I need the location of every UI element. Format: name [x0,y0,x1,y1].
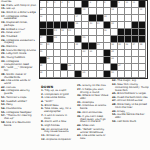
grid-cell[interactable] [75,1,82,8]
grid-cell[interactable]: 50 [111,71,118,78]
cell-number: 41 [90,50,93,52]
cell-number: 50 [111,71,114,73]
grid-cell[interactable]: 44 [111,57,118,64]
grid-cell[interactable]: 9 [118,1,125,8]
cell-number: 45 [40,64,43,66]
cell-number: 16 [40,15,43,17]
cell-number: 33 [97,43,100,45]
grid-cell[interactable] [75,57,82,64]
grid-cell[interactable] [82,22,89,29]
black-cell [118,29,125,36]
grid-cell[interactable] [139,15,146,22]
grid-cell[interactable] [97,50,104,57]
grid-cell[interactable] [47,8,54,15]
down-clues-list: 1. Tidy up, as a spill2. Component of go… [41,90,74,142]
cell-number: 26 [104,29,107,31]
grid-cell[interactable]: 11 [132,1,139,8]
clue-item: 48. More likely to be picked from the li… [112,104,149,110]
grid-cell[interactable] [104,43,111,50]
grid-cell[interactable]: 8 [104,1,111,8]
cell-number: 3 [54,1,55,3]
grid-cell[interactable]: 28 [54,36,61,43]
right-clues-column: 62. The magic, e.g.63. New York county c… [112,80,149,124]
cell-number: 44 [111,57,114,59]
grid-cell[interactable] [47,15,54,22]
down-clues-column: DOWN 1. Tidy up, as a spill2. Component … [41,85,74,142]
grid-cell[interactable] [47,71,54,78]
grid-cell[interactable]: 4 [61,1,68,8]
middle-clues-column: 25. Gravity to the max27. It helps you s… [77,85,109,142]
grid-cell[interactable] [54,15,61,22]
crossword-grid: 1234567891011121314151617181920212223242… [39,0,148,79]
grid-cell[interactable] [97,8,104,15]
grid-cell[interactable] [68,50,75,57]
grid-cell[interactable] [132,64,139,71]
grid-cell[interactable] [68,36,75,43]
grid-cell[interactable] [118,22,125,29]
cell-number: 17 [75,15,78,17]
grid-cell[interactable]: 36 [125,43,132,50]
grid-cell[interactable]: 46 [68,64,75,71]
cell-number: 22 [111,22,114,24]
grid-cell[interactable] [89,57,96,64]
black-cell [132,29,139,36]
grid-cell[interactable]: 35 [118,43,125,50]
grid-cell[interactable]: 49 [82,71,89,78]
cell-number: 46 [68,64,71,66]
grid-cell[interactable] [61,50,68,57]
grid-cell[interactable]: 41 [89,50,96,57]
black-cell [125,29,132,36]
grid-cell[interactable] [61,43,68,50]
grid-cell[interactable] [61,71,68,78]
grid-cell[interactable] [139,71,146,78]
black-cell [104,71,111,78]
grid-cell[interactable] [111,29,118,36]
grid-cell[interactable]: 43 [47,57,54,64]
cell-number: 49 [83,71,86,73]
black-cell [132,22,139,29]
cell-number: 31 [47,43,50,45]
clue-item: 36. If you can't keep them even, you'll … [77,116,109,125]
grid-cell[interactable] [97,64,104,71]
grid-cell[interactable] [118,71,125,78]
grid-cell[interactable] [132,57,139,64]
grid-cell[interactable] [125,71,132,78]
clue-item: 43. Like some twins or oats [77,135,109,141]
grid-cell[interactable] [89,29,96,36]
grid-cell[interactable]: 39 [40,50,47,57]
grid-cell[interactable] [68,15,75,22]
grid-cell[interactable] [125,64,132,71]
grid-cell[interactable] [47,64,54,71]
grid-cell[interactable]: 10 [125,1,132,8]
grid-cell[interactable] [139,57,146,64]
grid-cell[interactable] [75,64,82,71]
cell-number: 10 [125,1,128,3]
grid-cell[interactable]: 20 [89,22,96,29]
cell-number: 38 [140,43,143,45]
grid-cell[interactable] [97,29,104,36]
cell-number: 19 [75,22,78,24]
grid-cell[interactable] [125,8,132,15]
grid-cell[interactable] [132,15,139,22]
grid-cell[interactable]: 29 [82,36,89,43]
grid-cell[interactable] [54,71,61,78]
cell-number: 6 [90,1,91,3]
black-cell [75,71,82,78]
grid-cell[interactable] [118,15,125,22]
cell-number: 24 [61,29,64,31]
grid-cell[interactable] [68,71,75,78]
grid-cell[interactable]: 21 [97,22,104,29]
grid-cell[interactable] [68,43,75,50]
cell-number: 13 [83,8,86,10]
cell-number: 7 [97,1,98,3]
grid-cell[interactable] [139,64,146,71]
cell-number: 27 [40,36,43,38]
cell-number: 29 [83,36,86,38]
grid-cell[interactable]: 33 [97,43,104,50]
grid-cell[interactable]: 26 [104,29,111,36]
grid-cell[interactable] [61,57,68,64]
grid-cell[interactable] [104,36,111,43]
clue-item: 12. Airplane competitor [41,139,74,142]
cell-number: 11 [133,1,136,3]
grid-cell[interactable] [75,29,82,36]
clue-item: 63. New York county containing Donald J.… [112,84,149,93]
grid-cell[interactable]: 40 [82,50,89,57]
grid-cell[interactable]: 2 [47,1,54,8]
black-cell [47,29,54,36]
cell-number: 23 [54,29,57,31]
black-cell [47,22,54,29]
black-cell [61,64,68,71]
cell-number: 12 [40,8,43,10]
grid-cell[interactable] [125,50,132,57]
crossword-page: { "game": "crossword", "position": { "ro… [0,0,150,150]
cell-number: 9 [118,1,119,3]
cell-number: 8 [104,1,105,3]
cell-number: 37 [133,43,136,45]
cell-number: 14 [111,8,114,10]
cell-number: 25 [68,29,71,31]
grid-cell[interactable] [54,50,61,57]
grid-cell[interactable] [89,64,96,71]
cell-number: 36 [125,43,128,45]
grid-cell[interactable] [75,50,82,57]
black-cell [104,57,111,64]
clue-item: 58. Site of a Revolution battle [1,122,37,128]
grid-cell[interactable]: 38 [139,43,146,50]
grid-cell[interactable]: 13 [82,8,89,15]
cell-number: 5 [68,1,69,3]
grid-cell[interactable] [97,71,104,78]
grid-cell[interactable] [61,36,68,43]
cell-number: 4 [61,1,62,3]
black-cell [139,29,146,36]
cell-number: 2 [47,1,48,3]
grid-cell[interactable] [89,36,96,43]
grid-cell[interactable]: 19 [75,22,82,29]
cell-number: 47 [118,64,121,66]
cell-number: 40 [83,50,86,52]
cell-number: 20 [90,22,93,24]
grid-cell[interactable] [97,57,104,64]
grid-cell[interactable] [118,8,125,15]
grid-cell[interactable] [89,8,96,15]
grid-cell[interactable] [118,50,125,57]
grid-cell[interactable]: 14 [111,8,118,15]
grid-cell[interactable] [61,8,68,15]
grid-cell[interactable]: 6 [89,1,96,8]
grid-cell[interactable] [132,50,139,57]
black-cell [139,22,146,29]
grid-cell[interactable]: 32 [75,43,82,50]
grid-cell[interactable]: 37 [132,43,139,50]
grid-cell[interactable] [104,64,111,71]
cell-number: 43 [47,57,50,59]
grid-cell[interactable] [132,8,139,15]
grid-cell[interactable] [54,43,61,50]
grid-cell[interactable]: 18 [104,15,111,22]
cell-number: 48 [40,71,43,73]
cell-number: 30 [40,43,43,45]
cell-number: 39 [40,50,43,52]
clue-item: 59. Cell book blurb [112,121,149,124]
cell-number: 28 [54,36,57,38]
grid-cell[interactable]: 16 [40,15,47,22]
grid-cell[interactable]: 25 [68,29,75,36]
grid-cell[interactable] [68,8,75,15]
cell-number: 42 [111,50,114,52]
grid-cell[interactable]: 15 [139,8,146,15]
clues-left-column: muscles14. Prefix with hoop or plan15. G… [1,1,37,128]
grid-cell[interactable] [125,57,132,64]
grid-cell[interactable]: 5 [68,1,75,8]
cell-number: 35 [118,43,121,45]
grid-cell[interactable] [82,15,89,22]
grid-cell[interactable] [54,57,61,64]
cell-number: 15 [140,8,143,10]
grid-cell[interactable] [54,64,61,71]
grid-cell[interactable]: 47 [118,64,125,71]
grid-cell[interactable] [125,22,132,29]
cell-number: 21 [97,22,100,24]
grid-cell[interactable] [61,15,68,22]
cell-number: 1 [40,1,41,3]
grid-cell[interactable]: 3 [54,1,61,8]
cell-number: 18 [104,15,107,17]
cell-number: 34 [111,43,114,45]
grid-cell[interactable] [139,50,146,57]
grid-cell[interactable] [132,71,139,78]
grid-cell[interactable]: 31 [47,43,54,50]
grid-cell[interactable]: 22 [111,22,118,29]
black-cell [104,50,111,57]
grid-cell[interactable] [89,71,96,78]
grid-cell[interactable] [54,8,61,15]
grid-cell[interactable] [125,15,132,22]
black-cell [40,22,47,29]
grid-cell[interactable] [82,57,89,64]
grid-cell[interactable]: 7 [97,1,104,8]
cell-number: 32 [75,43,78,45]
grid-cell[interactable]: 24 [61,29,68,36]
grid-cell[interactable]: 48 [40,71,47,78]
